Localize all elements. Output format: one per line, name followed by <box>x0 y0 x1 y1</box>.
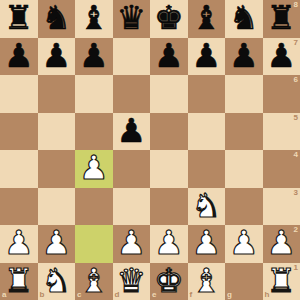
square-e7[interactable]: ♟ <box>150 38 188 76</box>
square-f7[interactable]: ♟ <box>188 38 226 76</box>
square-f3[interactable]: ♞ <box>188 188 226 226</box>
square-c1[interactable]: c♝ <box>75 263 113 300</box>
white-knight[interactable]: ♞ <box>191 187 221 225</box>
square-a4[interactable] <box>0 150 38 188</box>
white-king[interactable]: ♚ <box>154 262 184 300</box>
square-f8[interactable]: ♝ <box>188 0 226 38</box>
square-e3[interactable] <box>150 188 188 226</box>
square-e4[interactable] <box>150 150 188 188</box>
square-c2[interactable] <box>75 225 113 263</box>
black-bishop[interactable]: ♝ <box>191 0 221 37</box>
square-b2[interactable]: ♟ <box>38 225 76 263</box>
black-knight[interactable]: ♞ <box>229 0 259 37</box>
black-rook[interactable]: ♜ <box>266 0 296 37</box>
black-rook[interactable]: ♜ <box>4 0 34 37</box>
chess-board: ♜♞♝♛♚♝♞8♜♟♟♟♟♟♟7♟6♟5♟4♞3♟♟♟♟♟♟2♟a♜b♞c♝d♛… <box>0 0 300 300</box>
white-queen[interactable]: ♛ <box>116 262 146 300</box>
square-c5[interactable] <box>75 113 113 151</box>
square-a6[interactable] <box>0 75 38 113</box>
black-pawn[interactable]: ♟ <box>116 112 146 150</box>
rank-label-3: 3 <box>294 189 298 197</box>
square-f4[interactable] <box>188 150 226 188</box>
square-h1[interactable]: 1h♜ <box>263 263 301 300</box>
square-e1[interactable]: e♚ <box>150 263 188 300</box>
square-g6[interactable] <box>225 75 263 113</box>
square-d1[interactable]: d♛ <box>113 263 151 300</box>
square-h2[interactable]: 2♟ <box>263 225 301 263</box>
square-e5[interactable] <box>150 113 188 151</box>
white-pawn[interactable]: ♟ <box>154 224 184 262</box>
square-c6[interactable] <box>75 75 113 113</box>
square-h8[interactable]: 8♜ <box>263 0 301 38</box>
square-a1[interactable]: a♜ <box>0 263 38 300</box>
square-c3[interactable] <box>75 188 113 226</box>
black-pawn[interactable]: ♟ <box>41 37 71 75</box>
white-rook[interactable]: ♜ <box>4 262 34 300</box>
white-pawn[interactable]: ♟ <box>41 224 71 262</box>
square-d7[interactable] <box>113 38 151 76</box>
square-b4[interactable] <box>38 150 76 188</box>
square-f2[interactable]: ♟ <box>188 225 226 263</box>
white-pawn[interactable]: ♟ <box>4 224 34 262</box>
white-pawn[interactable]: ♟ <box>266 224 296 262</box>
black-pawn[interactable]: ♟ <box>266 37 296 75</box>
rank-label-5: 5 <box>294 114 298 122</box>
square-g7[interactable]: ♟ <box>225 38 263 76</box>
square-b8[interactable]: ♞ <box>38 0 76 38</box>
square-f1[interactable]: f♝ <box>188 263 226 300</box>
square-a2[interactable]: ♟ <box>0 225 38 263</box>
black-knight[interactable]: ♞ <box>41 0 71 37</box>
black-pawn[interactable]: ♟ <box>154 37 184 75</box>
square-g4[interactable] <box>225 150 263 188</box>
square-e2[interactable]: ♟ <box>150 225 188 263</box>
square-a7[interactable]: ♟ <box>0 38 38 76</box>
black-pawn[interactable]: ♟ <box>229 37 259 75</box>
square-e6[interactable] <box>150 75 188 113</box>
rank-label-4: 4 <box>294 151 298 159</box>
square-b7[interactable]: ♟ <box>38 38 76 76</box>
square-g5[interactable] <box>225 113 263 151</box>
square-b5[interactable] <box>38 113 76 151</box>
square-g8[interactable]: ♞ <box>225 0 263 38</box>
square-d6[interactable] <box>113 75 151 113</box>
square-d4[interactable] <box>113 150 151 188</box>
square-d2[interactable]: ♟ <box>113 225 151 263</box>
square-d5[interactable]: ♟ <box>113 113 151 151</box>
white-pawn[interactable]: ♟ <box>191 224 221 262</box>
square-f6[interactable] <box>188 75 226 113</box>
square-g2[interactable]: ♟ <box>225 225 263 263</box>
black-pawn[interactable]: ♟ <box>191 37 221 75</box>
black-pawn[interactable]: ♟ <box>79 37 109 75</box>
file-label-g: g <box>227 291 232 299</box>
square-h4[interactable]: 4 <box>263 150 301 188</box>
black-pawn[interactable]: ♟ <box>4 37 34 75</box>
black-queen[interactable]: ♛ <box>116 0 146 37</box>
square-d8[interactable]: ♛ <box>113 0 151 38</box>
white-knight[interactable]: ♞ <box>41 262 71 300</box>
square-b6[interactable] <box>38 75 76 113</box>
square-d3[interactable] <box>113 188 151 226</box>
square-g3[interactable] <box>225 188 263 226</box>
white-bishop[interactable]: ♝ <box>191 262 221 300</box>
square-f5[interactable] <box>188 113 226 151</box>
black-bishop[interactable]: ♝ <box>79 0 109 37</box>
square-c4[interactable]: ♟ <box>75 150 113 188</box>
square-a3[interactable] <box>0 188 38 226</box>
square-h7[interactable]: 7♟ <box>263 38 301 76</box>
square-c8[interactable]: ♝ <box>75 0 113 38</box>
square-a5[interactable] <box>0 113 38 151</box>
square-b3[interactable] <box>38 188 76 226</box>
square-h6[interactable]: 6 <box>263 75 301 113</box>
white-pawn[interactable]: ♟ <box>79 149 109 187</box>
square-c7[interactable]: ♟ <box>75 38 113 76</box>
rank-label-6: 6 <box>294 76 298 84</box>
square-e8[interactable]: ♚ <box>150 0 188 38</box>
square-h5[interactable]: 5 <box>263 113 301 151</box>
square-b1[interactable]: b♞ <box>38 263 76 300</box>
black-king[interactable]: ♚ <box>154 0 184 37</box>
white-bishop[interactable]: ♝ <box>79 262 109 300</box>
white-pawn[interactable]: ♟ <box>116 224 146 262</box>
square-h3[interactable]: 3 <box>263 188 301 226</box>
white-rook[interactable]: ♜ <box>266 262 296 300</box>
square-a8[interactable]: ♜ <box>0 0 38 38</box>
square-g1[interactable]: g <box>225 263 263 300</box>
white-pawn[interactable]: ♟ <box>229 224 259 262</box>
